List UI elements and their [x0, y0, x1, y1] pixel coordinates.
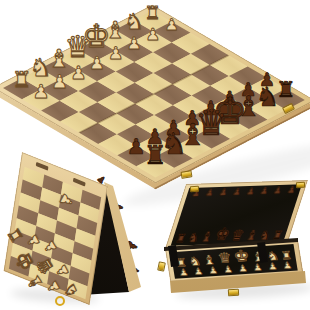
square-h5: [210, 55, 248, 76]
square-c7: [155, 126, 193, 147]
white-pawn-a2: ♟: [32, 82, 49, 101]
case-lid-row-1: ♟♟♟♟♟♟♟♟: [188, 185, 300, 198]
black-pawn-f7: ♟: [221, 89, 238, 108]
main-chessboard: [0, 0, 310, 310]
magnetic-light-pawn: ♟: [24, 232, 42, 250]
square-h6: [229, 66, 267, 87]
stored-dark-pawn: ♟: [191, 189, 202, 199]
stored-dark-queen: ♛: [230, 228, 247, 243]
square-d2: [78, 60, 116, 81]
product-photo-scene: ♜♞♝♛♚♝♞♜♟♟♟♟♟♟♟♟♟♟♟♟♟♟♟♟♜♞♝♛♚♝♞♜ ♟♜♟♟♚♛♟…: [0, 0, 310, 310]
folded-square: [15, 218, 36, 238]
folded-square: [74, 228, 95, 248]
stored-light-pawn: ♟: [223, 265, 234, 275]
soft-shadow: [10, 287, 101, 305]
stored-dark-king: ♚: [213, 226, 232, 243]
case-front-edge: [0, 0, 310, 310]
case-base-row-1: ♜♞♝♛♚♝♞♜: [173, 245, 294, 269]
stored-light-pawn: ♟: [238, 264, 249, 274]
square-b8: [155, 147, 193, 168]
stored-light-rook: ♜: [175, 257, 188, 269]
case-base-felt: ♜♞♝♛♚♝♞♜♟♟♟♟♟♟♟♟: [171, 244, 298, 279]
magnetic-light-pawn: ♟: [53, 262, 71, 280]
magnetic-light-queen: ♛: [32, 254, 57, 279]
stored-dark-knight: ♞: [258, 229, 272, 242]
board-side-edge: [0, 11, 310, 189]
folded-square: [19, 192, 40, 212]
white-pawn-h2: ♟: [164, 17, 178, 33]
white-pawn-g2: ♟: [146, 27, 161, 43]
square-c3: [78, 81, 116, 102]
magnetic-light-pawn: ♟: [44, 278, 62, 296]
stored-dark-rook: ♜: [174, 233, 187, 245]
board-fold-seam: [78, 55, 229, 133]
folded-square: [28, 264, 49, 284]
black-pawn-c7: ♟: [164, 117, 182, 138]
folded-inner-felt: [0, 0, 310, 310]
black-pawn-b7: ♟: [145, 127, 164, 148]
black-rook-a8: ♜: [144, 143, 167, 168]
square-h1: [134, 10, 172, 31]
square-b6: [117, 125, 155, 146]
magnetic-light-rook: ♜: [5, 225, 26, 246]
stored-dark-pawn: ♟: [259, 186, 270, 196]
stored-light-pawn: ♟: [208, 266, 219, 276]
folded-square: [66, 279, 87, 299]
folded-square: [61, 182, 82, 202]
stored-dark-pawn: ♟: [218, 188, 229, 198]
square-a7: [117, 145, 155, 166]
white-bishop-f1: ♝: [105, 19, 126, 42]
square-h4: [191, 44, 229, 65]
case-hardware: [296, 182, 305, 188]
black-pawn-d7: ♟: [183, 108, 201, 128]
square-e3: [116, 62, 154, 83]
stored-dark-bishop: ♝: [244, 228, 259, 242]
stored-dark-pawn: ♟: [286, 186, 297, 196]
black-queen-d8: ♛: [195, 105, 227, 141]
folded-square: [72, 241, 93, 261]
square-d8: [192, 128, 230, 149]
square-e1: [78, 40, 116, 61]
square-f7: [211, 97, 249, 118]
square-b7: [136, 136, 174, 157]
magnetic-light-knight: ♞: [61, 281, 80, 300]
black-pawn-e7: ♟: [202, 99, 220, 119]
folded-square: [55, 220, 76, 240]
folded-square: [17, 205, 38, 225]
case-hardware: [190, 186, 199, 192]
stored-dark-knight: ♞: [186, 231, 200, 244]
black-pawn-a7: ♟: [127, 136, 146, 157]
square-e8: [211, 118, 249, 139]
hinge-slot: [73, 178, 86, 187]
magnetic-light-pawn: ♟: [41, 238, 60, 256]
square-g4: [172, 54, 210, 75]
white-rook-a1: ♜: [12, 69, 31, 90]
square-g8: [248, 99, 286, 120]
black-bishop-c8: ♝: [179, 120, 206, 150]
stored-light-rook: ♜: [280, 250, 293, 262]
square-c2: [59, 70, 97, 91]
folded-square: [57, 207, 78, 227]
folded-chessboard: ♟♜♟♟♚♛♟♝♟♞♟♟♟♟: [0, 0, 310, 310]
stored-light-pawn: ♟: [282, 261, 293, 271]
square-c6: [136, 115, 174, 136]
square-f4: [154, 63, 192, 84]
soft-shadow: [121, 130, 310, 216]
square-c1: [40, 59, 78, 80]
case-hardware: [157, 261, 166, 271]
square-h8: [267, 89, 305, 110]
folded-square: [51, 246, 72, 266]
folded-square: [76, 215, 97, 235]
square-d6: [154, 105, 192, 126]
white-pawn-b2: ♟: [51, 73, 68, 92]
square-f3: [134, 52, 172, 73]
folded-square: [80, 190, 101, 210]
square-g5: [191, 65, 229, 86]
shadow-layer: [0, 0, 310, 310]
square-h3: [172, 33, 210, 54]
square-a2: [22, 90, 60, 111]
board-top-face: [0, 5, 310, 183]
square-c5: [117, 104, 155, 125]
square-g7: [229, 87, 267, 108]
square-b2: [41, 80, 79, 101]
square-d4: [116, 83, 154, 104]
folded-square: [53, 233, 74, 253]
stored-light-pawn: ♟: [267, 262, 278, 272]
elastic-strap: [0, 0, 310, 310]
white-queen-d1: ♛: [65, 32, 92, 62]
square-e2: [97, 51, 135, 72]
square-f6: [192, 86, 230, 107]
folded-square: [34, 225, 55, 245]
hinge-slot: [36, 162, 49, 171]
square-g2: [134, 31, 172, 52]
magnetic-light-pawn: ♟: [56, 191, 76, 210]
square-e4: [135, 73, 173, 94]
folded-square: [23, 167, 44, 187]
case-base-row-2: ♟♟♟♟♟♟♟♟: [175, 261, 295, 278]
white-knight-b1: ♞: [29, 56, 51, 81]
white-knight-g1: ♞: [124, 10, 143, 32]
stored-light-queen: ♛: [217, 251, 233, 266]
square-a8: [136, 157, 174, 178]
square-g6: [210, 76, 248, 97]
square-a6: [98, 134, 136, 155]
white-pawn-e2: ♟: [108, 45, 123, 62]
square-d7: [173, 116, 211, 137]
magnetic-dark-pawn: ♟: [95, 174, 107, 186]
folded-square: [11, 243, 32, 263]
board-clasp: [180, 170, 192, 179]
case-lid: ♟♟♟♟♟♟♟♟♜♞♝♚♛♝♞♜: [165, 180, 308, 249]
square-b4: [79, 102, 117, 123]
folded-square: [59, 195, 80, 215]
square-g1: [115, 20, 153, 41]
black-knight-b8: ♞: [161, 130, 187, 160]
square-a5: [79, 123, 117, 144]
folded-square: [78, 202, 99, 222]
folded-square: [36, 213, 57, 233]
folded-square: [32, 238, 53, 258]
magnetic-dark-pawn: ♟: [127, 263, 141, 277]
stored-light-king: ♚: [232, 248, 250, 265]
black-rook-h8: ♜: [276, 79, 296, 101]
stored-light-knight: ♞: [266, 250, 280, 263]
white-pawn-f2: ♟: [127, 36, 142, 53]
square-b1: [22, 69, 60, 90]
case-base: ♜♞♝♛♚♝♞♜♟♟♟♟♟♟♟♟: [165, 240, 303, 282]
white-pawn-c2: ♟: [70, 64, 86, 82]
folded-square: [40, 187, 61, 207]
white-rook-h1: ♜: [145, 4, 161, 22]
square-a3: [41, 101, 79, 122]
storage-case: ♟♟♟♟♟♟♟♟♜♞♝♚♛♝♞♜♜♞♝♛♚♝♞♜♟♟♟♟♟♟♟♟: [0, 0, 310, 310]
stored-dark-pawn: ♟: [245, 187, 256, 197]
square-f1: [96, 30, 134, 51]
soft-shadow: [175, 280, 310, 301]
square-c8: [174, 137, 212, 158]
stored-light-pawn: ♟: [252, 263, 263, 273]
folded-square: [9, 256, 30, 276]
square-f2: [115, 41, 153, 62]
black-pawn-g7: ♟: [240, 80, 257, 99]
folded-square: [13, 231, 34, 251]
folded-front-panel: [4, 152, 108, 305]
magnetic-dark-pawn: ♟: [111, 201, 125, 214]
square-d3: [97, 72, 135, 93]
black-knight-g8: ♞: [255, 84, 279, 111]
magnetic-light-king: ♚: [11, 248, 38, 274]
square-a1: [3, 78, 41, 99]
white-king-e1: ♚: [82, 21, 110, 53]
magnetic-dark-pawn: ♟: [124, 239, 140, 254]
stored-light-bishop: ♝: [202, 253, 217, 267]
folded-square: [42, 174, 63, 194]
folded-square: [21, 179, 42, 199]
square-e7: [192, 107, 230, 128]
black-bishop-f8: ♝: [236, 92, 261, 120]
stored-dark-pawn: ♟: [204, 188, 215, 198]
case-lid-row-2: ♜♞♝♚♛♝♞♜: [173, 224, 287, 244]
board-clasp: [282, 103, 295, 114]
white-pawn-d2: ♟: [89, 54, 105, 72]
stored-light-pawn: ♟: [193, 267, 204, 277]
folded-back-panel: [0, 0, 310, 310]
folded-square: [68, 266, 89, 286]
square-c4: [98, 93, 136, 114]
folded-square: [30, 251, 51, 271]
folded-square: [70, 253, 91, 273]
square-h7: [248, 78, 286, 99]
stored-light-knight: ♞: [188, 255, 202, 268]
square-f8: [230, 108, 268, 129]
stored-dark-pawn: ♟: [232, 187, 243, 197]
square-b5: [98, 113, 136, 134]
square-a4: [60, 112, 98, 133]
stored-light-pawn: ♟: [178, 268, 189, 278]
case-lid-felt: ♟♟♟♟♟♟♟♟♜♞♝♚♛♝♞♜: [171, 184, 302, 245]
black-pawn-h7: ♟: [259, 71, 276, 89]
square-e6: [173, 96, 211, 117]
folded-square: [38, 200, 59, 220]
square-d1: [59, 49, 97, 70]
square-d5: [135, 94, 173, 115]
main-board-pieces: ♜♞♝♛♚♝♞♜♟♟♟♟♟♟♟♟♟♟♟♟♟♟♟♟♜♞♝♛♚♝♞♜: [0, 0, 310, 310]
stored-dark-rook: ♜: [271, 229, 284, 241]
case-hinge-seam: [0, 0, 310, 310]
stored-light-bishop: ♝: [251, 250, 266, 264]
elastic-strap: [0, 0, 310, 310]
square-b3: [60, 91, 98, 112]
stored-dark-bishop: ♝: [199, 230, 214, 244]
square-g3: [153, 43, 191, 64]
square-f5: [173, 75, 211, 96]
folded-checker-face: [9, 167, 101, 299]
black-king-e8: ♚: [213, 93, 247, 131]
square-h2: [153, 22, 191, 43]
white-bishop-c1: ♝: [48, 46, 70, 71]
folded-square: [49, 259, 70, 279]
folded-square: [47, 271, 68, 291]
stored-dark-pawn: ♟: [272, 186, 283, 196]
case-hardware: [228, 289, 239, 297]
square-e5: [154, 84, 192, 105]
clasp-eyelet: [55, 296, 65, 306]
magnetic-light-bishop: ♝: [24, 271, 47, 293]
